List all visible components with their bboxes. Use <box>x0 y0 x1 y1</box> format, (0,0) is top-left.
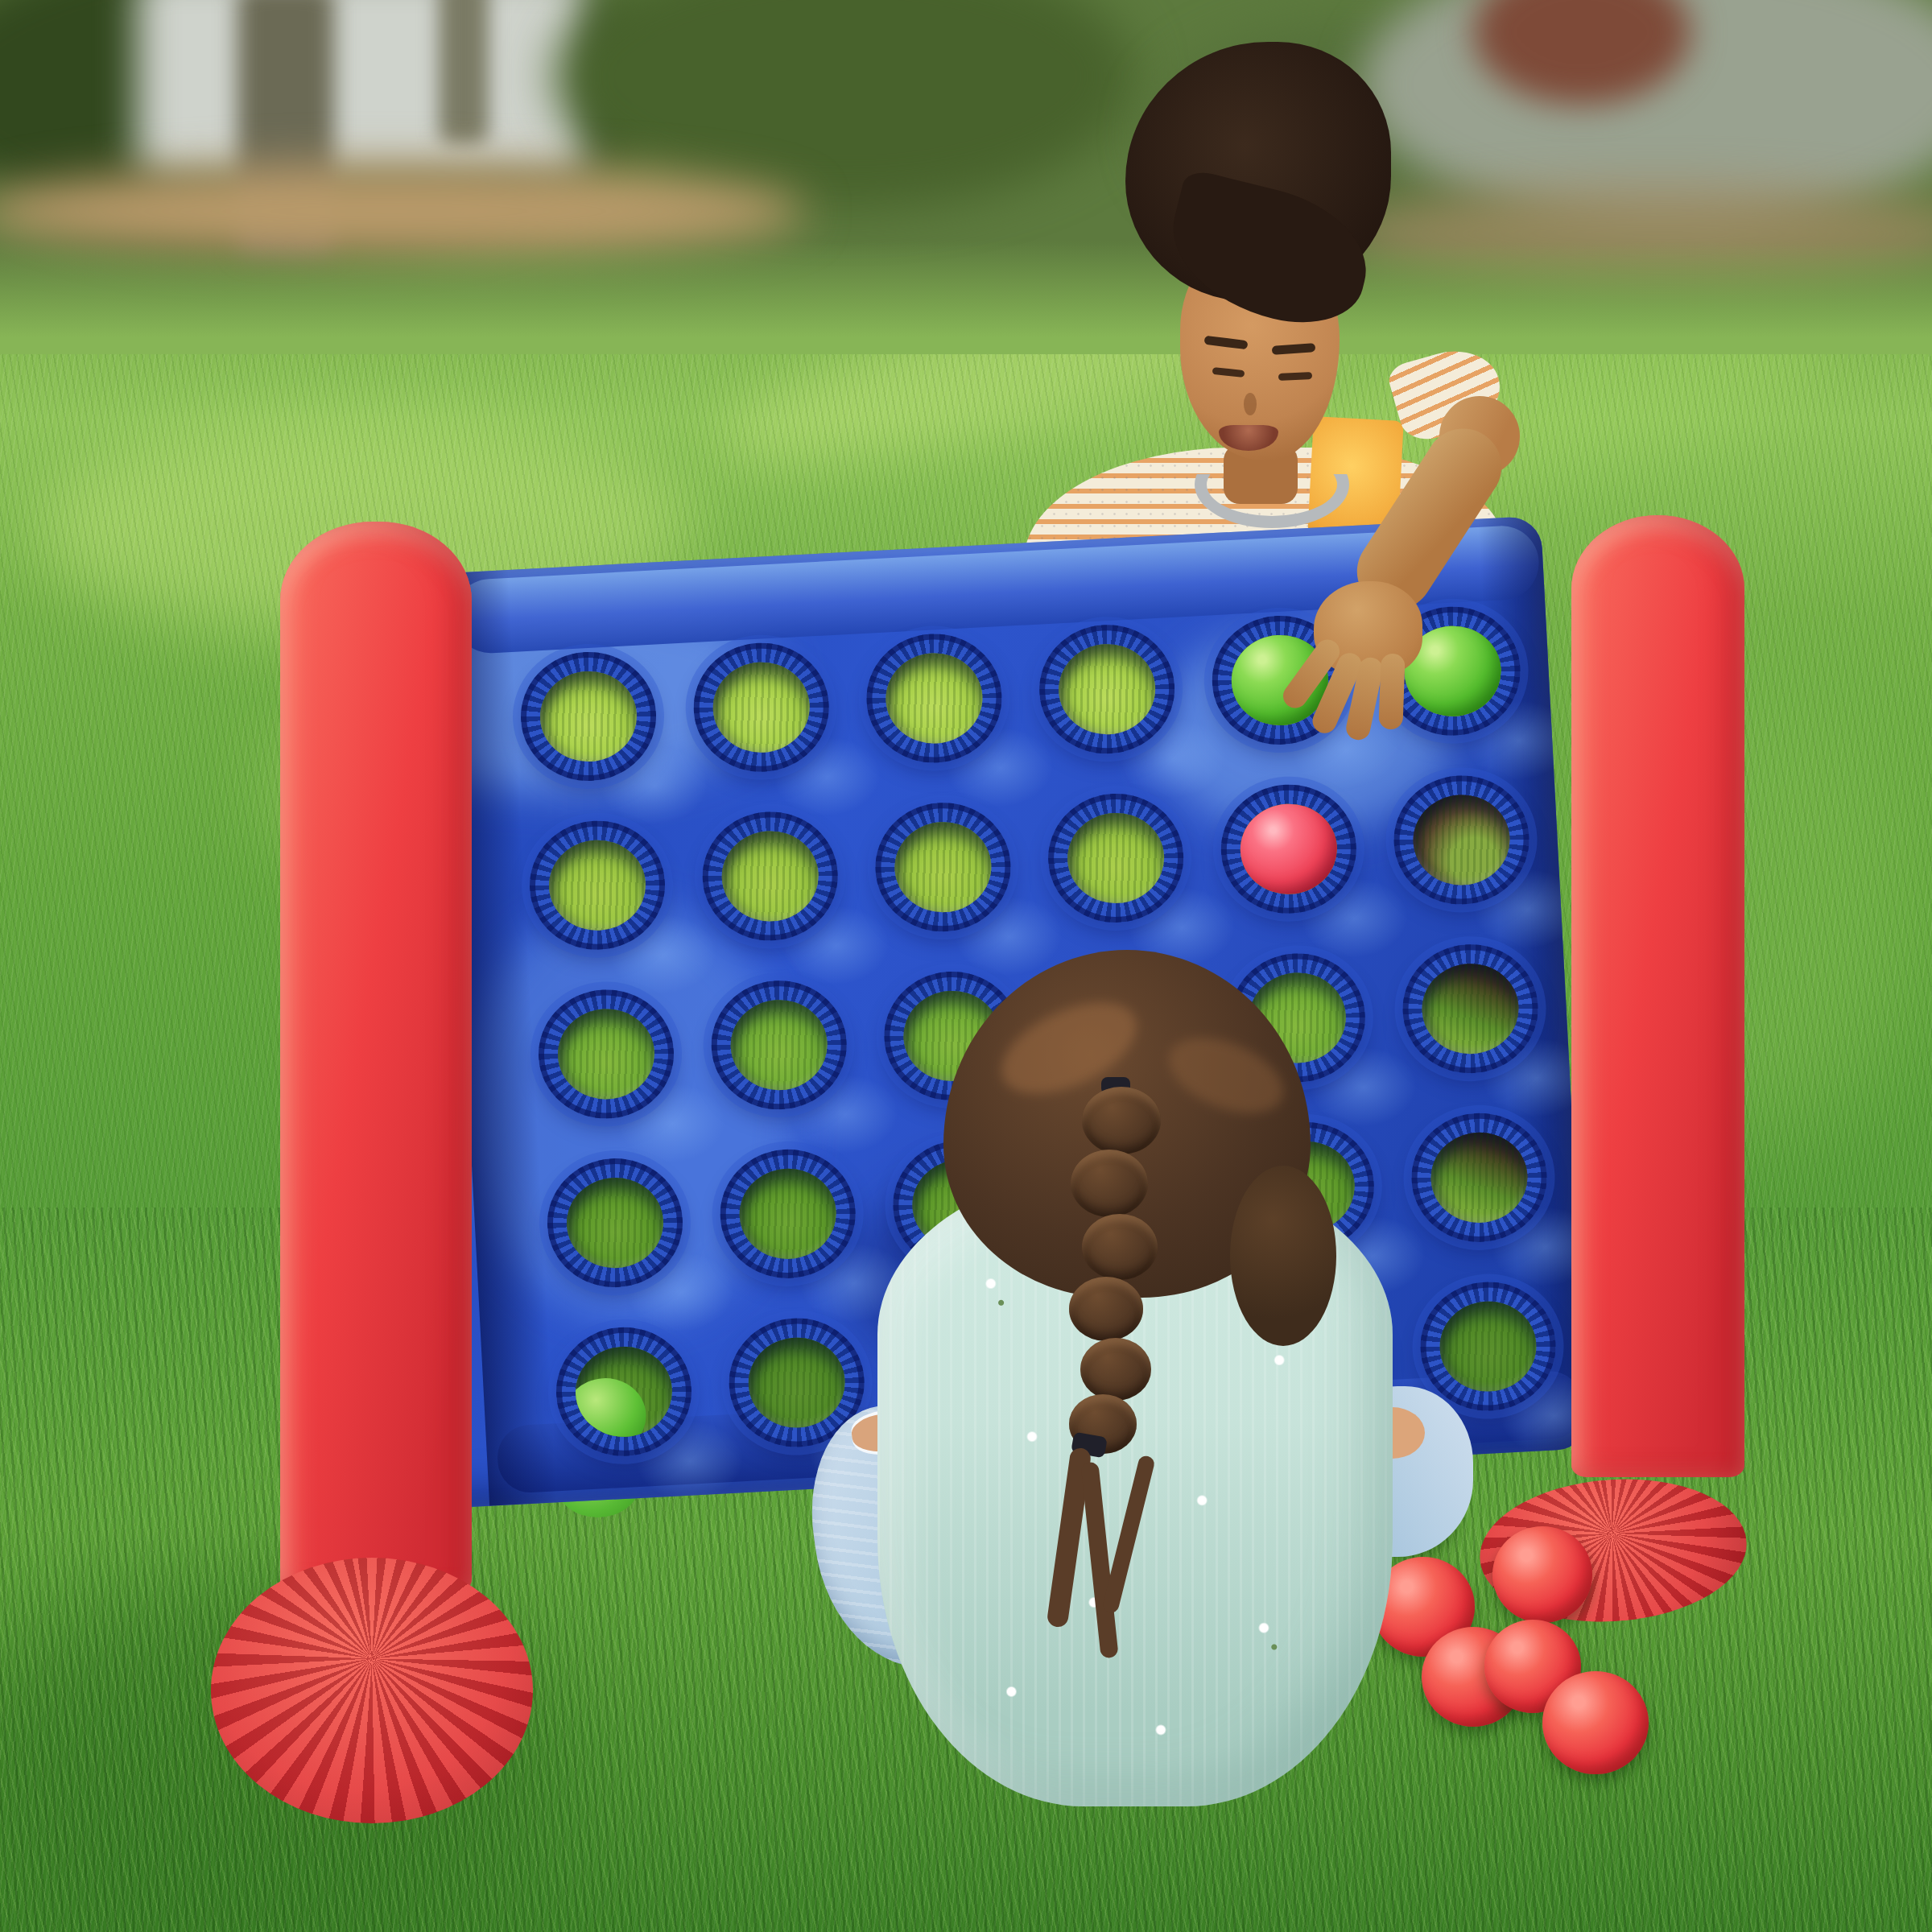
board-cell-r1c3 <box>843 609 1025 787</box>
hole-r2c1 <box>526 817 667 953</box>
hole-r3c1 <box>535 986 676 1122</box>
board-cell-r5c1 <box>533 1302 715 1480</box>
board-cell-r3c2 <box>687 956 869 1134</box>
girl-braid-segment <box>1080 1338 1151 1401</box>
hole-r1c2 <box>690 639 832 775</box>
hole-r3c6 <box>1399 941 1541 1077</box>
hole-opening-r4c6 <box>1428 1130 1529 1225</box>
hole-r3c2 <box>708 977 849 1113</box>
board-cell-r2c1 <box>506 796 688 974</box>
board-cell-r2c6 <box>1370 751 1552 929</box>
girl-hair-side <box>1230 1166 1336 1346</box>
boy-nose <box>1244 393 1257 415</box>
hole-r4c6 <box>1408 1110 1550 1246</box>
hole-opening-r1c2 <box>710 660 811 755</box>
hole-opening-r4c2 <box>737 1166 838 1261</box>
board-cell-r2c3 <box>852 778 1034 956</box>
board-cell-r1c2 <box>670 618 852 796</box>
hole-r1c3 <box>863 630 1005 766</box>
hole-opening-r2c4 <box>1065 811 1166 906</box>
left-post <box>280 522 472 1592</box>
board-cell-r2c4 <box>1025 769 1207 947</box>
board-cell-r4c1 <box>524 1134 706 1312</box>
hole-opening-r1c4 <box>1056 642 1158 737</box>
hole-r4c1 <box>543 1155 685 1291</box>
hole-r2c6 <box>1390 772 1532 908</box>
hole-opening-r1c3 <box>883 650 985 745</box>
ball-red-r2c5 <box>1237 802 1339 897</box>
tree-trunk <box>439 0 489 145</box>
hole-opening-r3c1 <box>555 1006 657 1101</box>
board-cell-r4c2 <box>696 1125 878 1302</box>
hole-opening-r5c6 <box>1437 1299 1538 1394</box>
hole-r1c4 <box>1036 621 1178 758</box>
hole-opening-r3c2 <box>728 997 829 1092</box>
board-cell-r3c6 <box>1379 920 1561 1098</box>
hole-opening-r5c2 <box>745 1335 847 1430</box>
hole-r2c2 <box>699 808 840 944</box>
loose-ball-red-7 <box>1542 1671 1649 1774</box>
boy-finger <box>1378 654 1405 730</box>
board-cell-r4c6 <box>1388 1088 1570 1266</box>
backyard-scene <box>0 0 1932 1932</box>
hole-opening-r2c1 <box>547 838 648 933</box>
board-cell-r3c1 <box>515 965 697 1143</box>
girl-braid-segment <box>1082 1214 1158 1280</box>
shed-background <box>137 0 588 177</box>
girl-braid-segment <box>1082 1087 1161 1154</box>
hole-r5c1 <box>552 1324 694 1460</box>
left-post-base <box>211 1558 533 1823</box>
loose-ball-red-4 <box>1492 1526 1592 1623</box>
hole-r1c1 <box>517 649 658 785</box>
hole-opening-r3c6 <box>1419 961 1521 1056</box>
board-cell-r1c4 <box>1016 601 1198 778</box>
hole-opening-r2c6 <box>1410 792 1512 887</box>
hole-opening-r2c5 <box>1237 802 1339 897</box>
girl-braid-segment <box>1069 1277 1143 1341</box>
background-fade <box>0 242 1932 354</box>
hole-r2c3 <box>872 799 1013 935</box>
board-cell-r2c2 <box>679 787 861 965</box>
board-cell-r1c1 <box>497 628 679 806</box>
hole-opening-r2c3 <box>892 819 993 914</box>
right-post <box>1571 515 1744 1477</box>
hole-r5c6 <box>1417 1278 1558 1414</box>
girl-braid-segment <box>1071 1150 1148 1217</box>
hole-r2c5 <box>1217 781 1359 917</box>
hole-opening-r2c2 <box>719 828 820 923</box>
hole-opening-r1c1 <box>538 669 639 764</box>
hole-opening-r4c1 <box>564 1175 666 1270</box>
hole-opening-r5c1 <box>573 1344 675 1439</box>
hole-r4c2 <box>716 1146 858 1282</box>
hole-r2c4 <box>1045 791 1187 927</box>
board-cell-r2c5 <box>1197 760 1379 938</box>
